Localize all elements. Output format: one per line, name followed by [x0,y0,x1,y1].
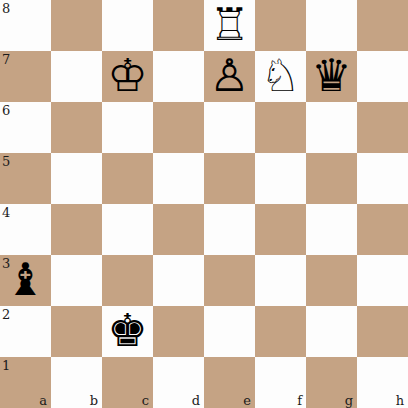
square-b6[interactable] [51,102,102,153]
square-h7[interactable] [357,51,408,102]
square-d3[interactable] [153,255,204,306]
rank-label-3: 3 [2,257,10,270]
square-e8[interactable]: ♖ [204,0,255,51]
square-f5[interactable] [255,153,306,204]
chess-board: ♖♔♙♘♛♝♚87654321abcdefgh [0,0,408,408]
square-h6[interactable] [357,102,408,153]
square-d4[interactable] [153,204,204,255]
square-c3[interactable] [102,255,153,306]
square-c8[interactable] [102,0,153,51]
piece-white-pawn[interactable]: ♙ [209,50,249,101]
rank-label-7: 7 [2,53,10,66]
piece-white-king[interactable]: ♔ [107,50,147,101]
square-b5[interactable] [51,153,102,204]
square-h2[interactable] [357,306,408,357]
file-label-g: g [306,394,353,407]
square-c4[interactable] [102,204,153,255]
square-h3[interactable] [357,255,408,306]
square-d7[interactable] [153,51,204,102]
square-b8[interactable] [51,0,102,51]
square-f8[interactable] [255,0,306,51]
square-g7[interactable]: ♛ [306,51,357,102]
piece-white-rook[interactable]: ♖ [209,0,249,50]
piece-white-knight[interactable]: ♘ [260,50,300,101]
file-label-h: h [357,394,404,407]
square-g8[interactable] [306,0,357,51]
square-e7[interactable]: ♙ [204,51,255,102]
square-g5[interactable] [306,153,357,204]
square-c5[interactable] [102,153,153,204]
file-label-a: a [0,394,47,407]
file-label-b: b [51,394,98,407]
file-label-f: f [255,394,302,407]
square-c7[interactable]: ♔ [102,51,153,102]
rank-label-2: 2 [2,308,10,321]
square-c6[interactable] [102,102,153,153]
square-e3[interactable] [204,255,255,306]
square-f4[interactable] [255,204,306,255]
piece-black-bishop[interactable]: ♝ [5,254,45,305]
rank-label-8: 8 [2,2,10,15]
file-label-c: c [102,394,149,407]
square-f7[interactable]: ♘ [255,51,306,102]
square-g6[interactable] [306,102,357,153]
square-b2[interactable] [51,306,102,357]
square-f6[interactable] [255,102,306,153]
square-b7[interactable] [51,51,102,102]
square-d5[interactable] [153,153,204,204]
square-f2[interactable] [255,306,306,357]
square-f3[interactable] [255,255,306,306]
square-c2[interactable]: ♚ [102,306,153,357]
file-label-d: d [153,394,200,407]
square-e5[interactable] [204,153,255,204]
square-e2[interactable] [204,306,255,357]
square-d2[interactable] [153,306,204,357]
square-g3[interactable] [306,255,357,306]
piece-black-queen[interactable]: ♛ [311,50,351,101]
piece-black-king[interactable]: ♚ [107,305,147,356]
square-g4[interactable] [306,204,357,255]
rank-label-1: 1 [2,359,10,372]
square-g2[interactable] [306,306,357,357]
rank-label-4: 4 [2,206,10,219]
rank-label-6: 6 [2,104,10,117]
square-h8[interactable] [357,0,408,51]
square-e6[interactable] [204,102,255,153]
file-label-e: e [204,394,251,407]
square-b3[interactable] [51,255,102,306]
square-b4[interactable] [51,204,102,255]
square-d8[interactable] [153,0,204,51]
rank-label-5: 5 [2,155,10,168]
square-h4[interactable] [357,204,408,255]
square-h5[interactable] [357,153,408,204]
square-d6[interactable] [153,102,204,153]
square-e4[interactable] [204,204,255,255]
